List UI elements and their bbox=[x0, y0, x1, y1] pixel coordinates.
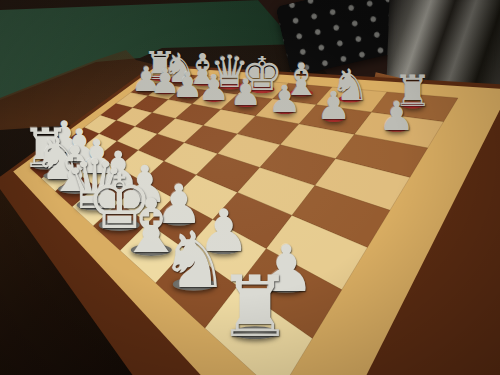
pieces-layer: ♜♞♝♛♟♚♟♝♟♞♟♟♜♟♟♟♟♟♜♟♞♟♝♟♛♟♚♟♝♞♟♜ bbox=[0, 0, 500, 375]
black-pawn-glyph: ♟ bbox=[316, 87, 351, 126]
black-pawn-glyph: ♟ bbox=[379, 96, 415, 136]
black-pawn-glyph: ♟ bbox=[198, 71, 230, 107]
white-rook-glyph: ♜ bbox=[217, 265, 293, 350]
photo-scene: ♜♞♝♛♟♚♟♝♟♞♟♟♜♟♟♟♟♟♜♟♞♟♝♟♛♟♚♟♝♞♟♜ bbox=[0, 0, 500, 375]
black-pawn-glyph: ♟ bbox=[229, 75, 262, 111]
black-pawn-glyph: ♟ bbox=[268, 81, 302, 118]
